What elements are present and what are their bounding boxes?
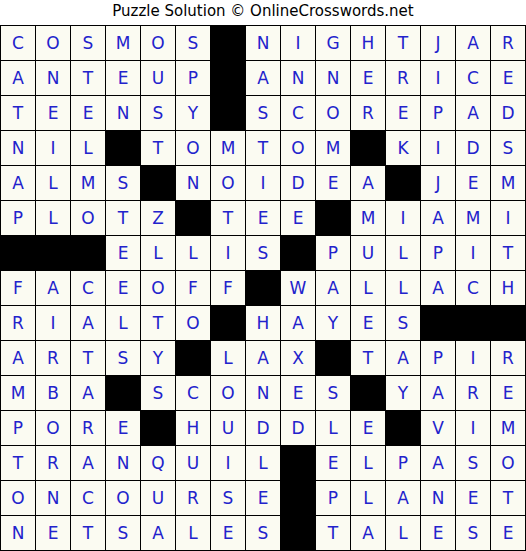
black-cell bbox=[106, 131, 140, 165]
letter-cell: R bbox=[36, 446, 70, 480]
letter-cell: T bbox=[246, 131, 280, 165]
letter-cell: I bbox=[456, 236, 490, 270]
letter-cell: P bbox=[421, 236, 455, 270]
letter-cell: Q bbox=[141, 446, 175, 480]
letter-cell: N bbox=[176, 166, 210, 200]
letter-cell: R bbox=[351, 96, 385, 130]
puzzle-solution-page: Puzzle Solution © OnlineCrosswords.net C… bbox=[0, 0, 526, 551]
letter-cell: C bbox=[176, 376, 210, 410]
letter-cell: C bbox=[71, 481, 105, 515]
letter-cell: E bbox=[281, 201, 315, 235]
letter-cell: S bbox=[106, 516, 140, 550]
letter-cell: E bbox=[456, 166, 490, 200]
letter-cell: A bbox=[281, 306, 315, 340]
letter-cell: I bbox=[211, 236, 245, 270]
letter-cell: U bbox=[141, 61, 175, 95]
letter-cell: S bbox=[316, 376, 350, 410]
letter-cell: H bbox=[491, 271, 525, 305]
letter-cell: M bbox=[71, 166, 105, 200]
letter-cell: A bbox=[386, 341, 420, 375]
letter-cell: L bbox=[386, 236, 420, 270]
letter-cell: A bbox=[1, 61, 35, 95]
letter-cell: M bbox=[316, 131, 350, 165]
letter-cell: Y bbox=[176, 96, 210, 130]
letter-cell: S bbox=[386, 306, 420, 340]
black-cell bbox=[281, 446, 315, 480]
letter-cell: I bbox=[421, 131, 455, 165]
letter-cell: Y bbox=[316, 306, 350, 340]
black-cell bbox=[211, 96, 245, 130]
black-cell bbox=[211, 61, 245, 95]
letter-cell: E bbox=[316, 446, 350, 480]
letter-cell: P bbox=[1, 411, 35, 445]
letter-cell: M bbox=[351, 201, 385, 235]
letter-cell: M bbox=[491, 411, 525, 445]
black-cell bbox=[316, 201, 350, 235]
letter-cell: E bbox=[106, 236, 140, 270]
letter-cell: M bbox=[106, 26, 140, 60]
letter-cell: C bbox=[281, 96, 315, 130]
black-cell bbox=[386, 411, 420, 445]
letter-cell: Y bbox=[141, 341, 175, 375]
black-cell bbox=[176, 201, 210, 235]
letter-cell: Z bbox=[141, 201, 175, 235]
letter-cell: A bbox=[421, 201, 455, 235]
letter-cell: L bbox=[386, 271, 420, 305]
letter-cell: I bbox=[211, 446, 245, 480]
letter-cell: A bbox=[316, 271, 350, 305]
letter-cell: T bbox=[1, 446, 35, 480]
letter-cell: P bbox=[386, 446, 420, 480]
letter-cell: N bbox=[421, 481, 455, 515]
letter-cell: S bbox=[141, 96, 175, 130]
letter-cell: I bbox=[281, 26, 315, 60]
letter-cell: P bbox=[316, 236, 350, 270]
letter-cell: S bbox=[106, 341, 140, 375]
letter-cell: N bbox=[316, 61, 350, 95]
letter-cell: I bbox=[456, 411, 490, 445]
letter-cell: R bbox=[386, 61, 420, 95]
letter-cell: N bbox=[106, 96, 140, 130]
letter-cell: A bbox=[421, 376, 455, 410]
letter-cell: I bbox=[246, 166, 280, 200]
letter-cell: S bbox=[106, 166, 140, 200]
letter-cell: E bbox=[71, 96, 105, 130]
letter-cell: M bbox=[456, 201, 490, 235]
letter-cell: C bbox=[456, 271, 490, 305]
letter-cell: O bbox=[176, 306, 210, 340]
letter-cell: J bbox=[421, 26, 455, 60]
letter-cell: E bbox=[351, 411, 385, 445]
crossword-grid: COSMOSNIGHTJARANTEUPANNERICETEENSYSCOREP… bbox=[0, 25, 526, 551]
letter-cell: R bbox=[1, 306, 35, 340]
letter-cell: P bbox=[421, 96, 455, 130]
letter-cell: N bbox=[281, 61, 315, 95]
letter-cell: E bbox=[316, 166, 350, 200]
letter-cell: N bbox=[1, 131, 35, 165]
letter-cell: P bbox=[1, 201, 35, 235]
letter-cell: R bbox=[456, 376, 490, 410]
letter-cell: A bbox=[351, 516, 385, 550]
black-cell bbox=[316, 341, 350, 375]
letter-cell: N bbox=[1, 516, 35, 550]
letter-cell: T bbox=[316, 516, 350, 550]
letter-cell: R bbox=[491, 341, 525, 375]
letter-cell: S bbox=[456, 446, 490, 480]
letter-cell: X bbox=[281, 341, 315, 375]
letter-cell: E bbox=[351, 306, 385, 340]
letter-cell: A bbox=[1, 341, 35, 375]
letter-cell: I bbox=[421, 61, 455, 95]
letter-cell: L bbox=[176, 516, 210, 550]
letter-cell: J bbox=[421, 166, 455, 200]
letter-cell: L bbox=[211, 341, 245, 375]
letter-cell: F bbox=[176, 271, 210, 305]
letter-cell: L bbox=[386, 516, 420, 550]
letter-cell: O bbox=[106, 481, 140, 515]
letter-cell: M bbox=[491, 166, 525, 200]
letter-cell: O bbox=[316, 96, 350, 130]
letter-cell: L bbox=[106, 306, 140, 340]
letter-cell: S bbox=[246, 96, 280, 130]
letter-cell: V bbox=[421, 411, 455, 445]
letter-cell: R bbox=[176, 481, 210, 515]
letter-cell: U bbox=[141, 481, 175, 515]
letter-cell: O bbox=[211, 376, 245, 410]
letter-cell: L bbox=[71, 131, 105, 165]
letter-cell: C bbox=[71, 271, 105, 305]
black-cell bbox=[211, 26, 245, 60]
letter-cell: U bbox=[211, 411, 245, 445]
letter-cell: N bbox=[246, 376, 280, 410]
letter-cell: E bbox=[456, 481, 490, 515]
black-cell bbox=[141, 166, 175, 200]
letter-cell: O bbox=[141, 26, 175, 60]
letter-cell: E bbox=[281, 376, 315, 410]
letter-cell: T bbox=[211, 201, 245, 235]
letter-cell: A bbox=[421, 446, 455, 480]
letter-cell: A bbox=[71, 306, 105, 340]
letter-cell: P bbox=[176, 61, 210, 95]
black-cell bbox=[281, 236, 315, 270]
letter-cell: I bbox=[386, 201, 420, 235]
letter-cell: U bbox=[176, 446, 210, 480]
letter-cell: L bbox=[351, 446, 385, 480]
letter-cell: E bbox=[421, 516, 455, 550]
letter-cell: S bbox=[246, 236, 280, 270]
letter-cell: U bbox=[351, 236, 385, 270]
letter-cell: T bbox=[141, 306, 175, 340]
letter-cell: T bbox=[71, 516, 105, 550]
letter-cell: E bbox=[36, 516, 70, 550]
letter-cell: T bbox=[141, 131, 175, 165]
letter-cell: N bbox=[36, 61, 70, 95]
letter-cell: E bbox=[491, 376, 525, 410]
letter-cell: C bbox=[456, 61, 490, 95]
letter-cell: A bbox=[141, 516, 175, 550]
letter-cell: A bbox=[71, 376, 105, 410]
letter-cell: T bbox=[351, 341, 385, 375]
letter-cell: A bbox=[456, 96, 490, 130]
black-cell bbox=[281, 481, 315, 515]
letter-cell: G bbox=[316, 26, 350, 60]
black-cell bbox=[211, 306, 245, 340]
letter-cell: O bbox=[281, 131, 315, 165]
black-cell bbox=[1, 236, 35, 270]
letter-cell: S bbox=[176, 26, 210, 60]
letter-cell: T bbox=[386, 26, 420, 60]
letter-cell: A bbox=[36, 271, 70, 305]
black-cell bbox=[351, 131, 385, 165]
letter-cell: E bbox=[106, 271, 140, 305]
letter-cell: D bbox=[281, 411, 315, 445]
letter-cell: P bbox=[316, 481, 350, 515]
letter-cell: N bbox=[246, 26, 280, 60]
letter-cell: L bbox=[176, 236, 210, 270]
letter-cell: E bbox=[36, 96, 70, 130]
letter-cell: L bbox=[316, 411, 350, 445]
black-cell bbox=[421, 306, 455, 340]
black-cell bbox=[491, 306, 525, 340]
letter-cell: E bbox=[246, 201, 280, 235]
page-title: Puzzle Solution © OnlineCrosswords.net bbox=[0, 0, 526, 25]
black-cell bbox=[281, 516, 315, 550]
letter-cell: O bbox=[71, 201, 105, 235]
black-cell bbox=[106, 376, 140, 410]
letter-cell: A bbox=[421, 271, 455, 305]
letter-cell: E bbox=[106, 411, 140, 445]
letter-cell: O bbox=[36, 411, 70, 445]
black-cell bbox=[386, 166, 420, 200]
black-cell bbox=[456, 306, 490, 340]
letter-cell: A bbox=[351, 166, 385, 200]
black-cell bbox=[141, 411, 175, 445]
letter-cell: I bbox=[36, 131, 70, 165]
letter-cell: A bbox=[386, 481, 420, 515]
letter-cell: O bbox=[1, 481, 35, 515]
letter-cell: S bbox=[211, 481, 245, 515]
letter-cell: H bbox=[246, 306, 280, 340]
letter-cell: O bbox=[176, 131, 210, 165]
letter-cell: H bbox=[351, 26, 385, 60]
letter-cell: O bbox=[141, 271, 175, 305]
letter-cell: T bbox=[71, 61, 105, 95]
letter-cell: A bbox=[71, 446, 105, 480]
letter-cell: O bbox=[211, 166, 245, 200]
letter-cell: T bbox=[1, 96, 35, 130]
letter-cell: R bbox=[36, 341, 70, 375]
letter-cell: A bbox=[456, 26, 490, 60]
letter-cell: E bbox=[211, 516, 245, 550]
letter-cell: K bbox=[386, 131, 420, 165]
black-cell bbox=[36, 236, 70, 270]
letter-cell: I bbox=[36, 306, 70, 340]
letter-cell: D bbox=[281, 166, 315, 200]
black-cell bbox=[71, 236, 105, 270]
letter-cell: E bbox=[491, 516, 525, 550]
letter-cell: Y bbox=[386, 376, 420, 410]
letter-cell: I bbox=[456, 341, 490, 375]
letter-cell: E bbox=[106, 61, 140, 95]
letter-cell: L bbox=[246, 446, 280, 480]
letter-cell: E bbox=[491, 61, 525, 95]
letter-cell: S bbox=[246, 516, 280, 550]
letter-cell: F bbox=[1, 271, 35, 305]
letter-cell: S bbox=[456, 516, 490, 550]
letter-cell: N bbox=[36, 481, 70, 515]
letter-cell: S bbox=[71, 26, 105, 60]
letter-cell: L bbox=[141, 236, 175, 270]
letter-cell: A bbox=[246, 61, 280, 95]
letter-cell: T bbox=[106, 201, 140, 235]
letter-cell: D bbox=[491, 96, 525, 130]
letter-cell: D bbox=[456, 131, 490, 165]
letter-cell: A bbox=[1, 166, 35, 200]
letter-cell: O bbox=[491, 446, 525, 480]
letter-cell: B bbox=[36, 376, 70, 410]
letter-cell: L bbox=[36, 201, 70, 235]
letter-cell: E bbox=[351, 61, 385, 95]
letter-cell: R bbox=[71, 411, 105, 445]
letter-cell: C bbox=[1, 26, 35, 60]
letter-cell: L bbox=[351, 271, 385, 305]
letter-cell: T bbox=[491, 481, 525, 515]
letter-cell: M bbox=[1, 376, 35, 410]
black-cell bbox=[176, 341, 210, 375]
letter-cell: F bbox=[211, 271, 245, 305]
letter-cell: A bbox=[246, 341, 280, 375]
letter-cell: D bbox=[246, 411, 280, 445]
letter-cell: O bbox=[36, 26, 70, 60]
letter-cell: R bbox=[491, 26, 525, 60]
letter-cell: W bbox=[281, 271, 315, 305]
letter-cell: S bbox=[141, 376, 175, 410]
letter-cell: T bbox=[491, 236, 525, 270]
black-cell bbox=[246, 271, 280, 305]
letter-cell: M bbox=[211, 131, 245, 165]
letter-cell: N bbox=[106, 446, 140, 480]
letter-cell: L bbox=[36, 166, 70, 200]
letter-cell: S bbox=[491, 131, 525, 165]
letter-cell: L bbox=[351, 481, 385, 515]
letter-cell: T bbox=[71, 341, 105, 375]
black-cell bbox=[351, 376, 385, 410]
letter-cell: I bbox=[491, 201, 525, 235]
letter-cell: H bbox=[176, 411, 210, 445]
letter-cell: P bbox=[421, 341, 455, 375]
letter-cell: E bbox=[246, 481, 280, 515]
letter-cell: E bbox=[386, 96, 420, 130]
